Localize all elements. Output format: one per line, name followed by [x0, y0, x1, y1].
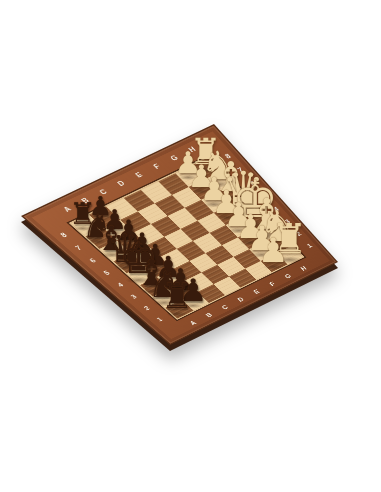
file-label-top-C: C — [99, 189, 109, 196]
file-label-top-F: F — [153, 163, 162, 170]
rank-label-right-7: 7 — [237, 167, 245, 173]
file-label-top-H: H — [188, 146, 197, 153]
file-label-top-B: B — [81, 197, 91, 204]
rank-label-left-6: 6 — [89, 258, 97, 264]
file-label-bottom-D: D — [237, 297, 245, 303]
rank-label-left-4: 4 — [117, 282, 125, 288]
rank-label-left-7: 7 — [74, 245, 83, 251]
rank-label-right-5: 5 — [261, 194, 269, 200]
file-label-bottom-A: A — [189, 320, 197, 326]
rank-label-right-4: 4 — [273, 206, 280, 212]
rank-label-left-3: 3 — [130, 294, 138, 300]
file-label-top-E: E — [135, 172, 144, 179]
file-label-bottom-G: G — [284, 273, 292, 279]
file-label-bottom-H: H — [300, 266, 308, 272]
chess-board-wrap: AABBCCDDEEFFGGHH1122334455667788 — [0, 0, 381, 492]
file-label-bottom-B: B — [205, 312, 213, 318]
rank-label-right-6: 6 — [249, 180, 257, 186]
chess-board: AABBCCDDEEFFGGHH1122334455667788 — [21, 124, 338, 345]
rank-label-right-1: 1 — [306, 243, 313, 249]
file-label-bottom-E: E — [253, 289, 261, 295]
file-label-bottom-F: F — [269, 281, 276, 287]
rank-label-left-2: 2 — [143, 306, 151, 312]
rank-label-left-8: 8 — [60, 232, 69, 238]
rank-label-right-2: 2 — [295, 231, 302, 237]
rank-label-right-3: 3 — [284, 219, 291, 225]
product-photo-stage: AABBCCDDEEFFGGHH1122334455667788 ♜♟♞♟♝♟♛… — [0, 0, 381, 492]
file-label-top-D: D — [117, 180, 127, 187]
file-label-top-G: G — [170, 155, 180, 162]
rank-label-right-8: 8 — [224, 153, 232, 160]
playing-field — [69, 155, 305, 320]
file-label-top-A: A — [63, 206, 73, 213]
file-label-bottom-C: C — [221, 305, 229, 311]
rank-label-left-1: 1 — [156, 317, 164, 323]
rank-label-left-5: 5 — [103, 270, 111, 276]
